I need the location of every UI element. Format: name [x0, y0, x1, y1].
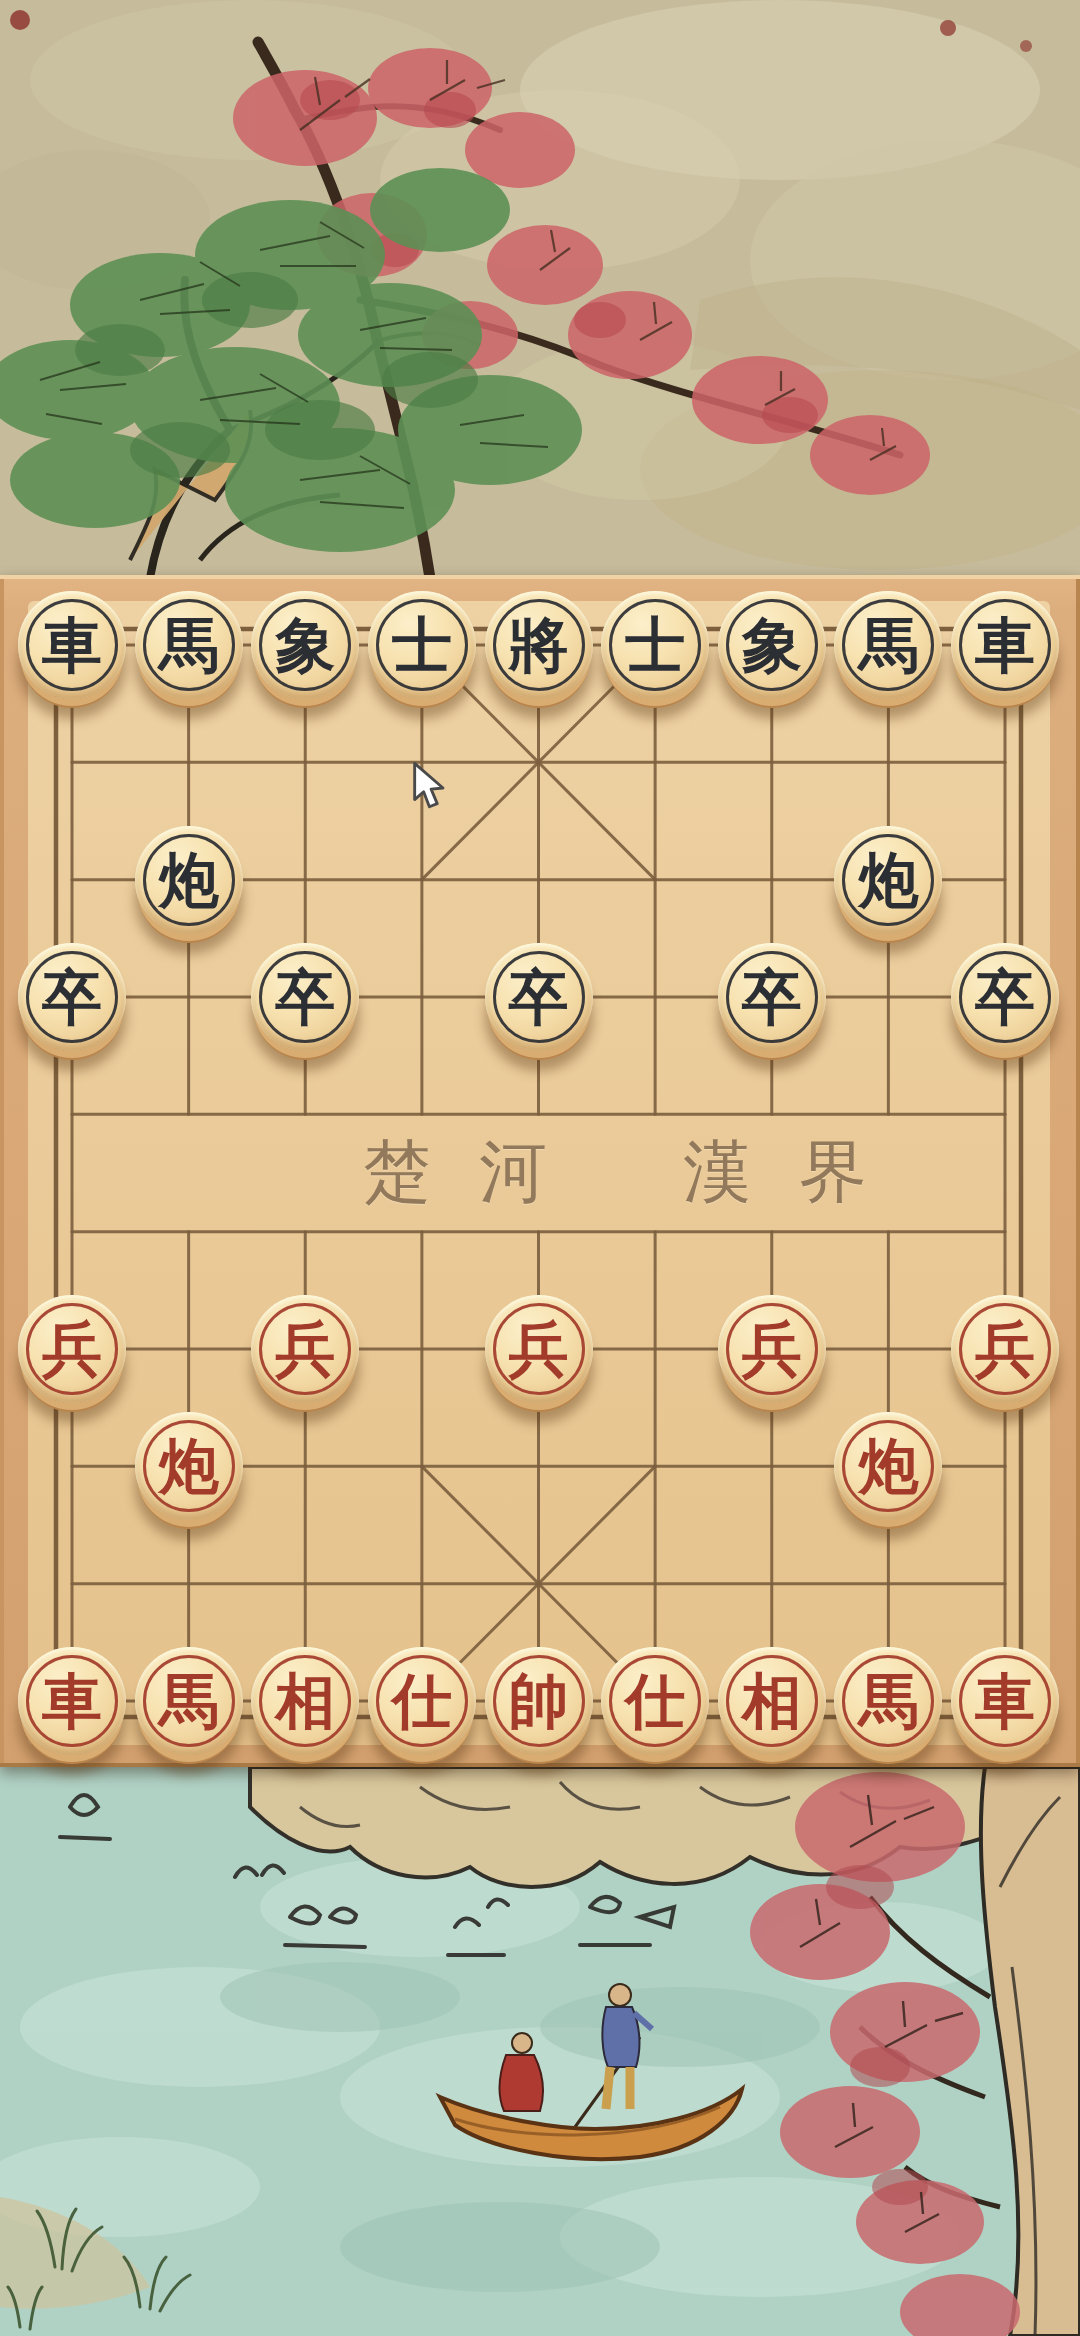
- piece-glyph: 仕: [601, 1647, 709, 1755]
- piece-red-elephant-left[interactable]: 相: [251, 1647, 359, 1755]
- piece-glyph: 象: [251, 591, 359, 699]
- piece-glyph: 帥: [485, 1647, 593, 1755]
- piece-red-soldier-5[interactable]: 兵: [951, 1295, 1059, 1403]
- piece-red-soldier-1[interactable]: 兵: [18, 1295, 126, 1403]
- piece-black-elephant-left[interactable]: 象: [251, 591, 359, 699]
- piece-glyph: 馬: [834, 1647, 942, 1755]
- piece-black-cannon-right[interactable]: 炮: [834, 826, 942, 934]
- piece-glyph: 將: [485, 591, 593, 699]
- piece-red-chariot-left[interactable]: 車: [18, 1647, 126, 1755]
- piece-black-soldier-1[interactable]: 卒: [18, 943, 126, 1051]
- piece-black-chariot-left[interactable]: 車: [18, 591, 126, 699]
- xiangqi-app-screen: 楚河 漢界 車馬象士將士象馬車炮炮卒卒卒卒卒兵兵兵兵兵炮炮車馬相仕帥仕相馬車: [0, 0, 1080, 2336]
- piece-glyph: 士: [601, 591, 709, 699]
- piece-red-soldier-4[interactable]: 兵: [718, 1295, 826, 1403]
- piece-glyph: 炮: [135, 826, 243, 934]
- piece-black-advisor-left[interactable]: 士: [368, 591, 476, 699]
- piece-glyph: 車: [951, 591, 1059, 699]
- piece-black-horse-right[interactable]: 馬: [834, 591, 942, 699]
- piece-glyph: 卒: [251, 943, 359, 1051]
- piece-glyph: 車: [18, 1647, 126, 1755]
- piece-black-general[interactable]: 將: [485, 591, 593, 699]
- piece-red-soldier-2[interactable]: 兵: [251, 1295, 359, 1403]
- piece-glyph: 兵: [251, 1295, 359, 1403]
- piece-red-general[interactable]: 帥: [485, 1647, 593, 1755]
- piece-glyph: 相: [718, 1647, 826, 1755]
- piece-glyph: 炮: [135, 1412, 243, 1520]
- piece-glyph: 兵: [485, 1295, 593, 1403]
- piece-glyph: 象: [718, 591, 826, 699]
- piece-glyph: 馬: [135, 591, 243, 699]
- piece-red-horse-left[interactable]: 馬: [135, 1647, 243, 1755]
- piece-glyph: 仕: [368, 1647, 476, 1755]
- piece-glyph: 兵: [718, 1295, 826, 1403]
- piece-red-soldier-3[interactable]: 兵: [485, 1295, 593, 1403]
- piece-black-chariot-right[interactable]: 車: [951, 591, 1059, 699]
- piece-red-advisor-left[interactable]: 仕: [368, 1647, 476, 1755]
- piece-red-chariot-right[interactable]: 車: [951, 1647, 1059, 1755]
- piece-red-horse-right[interactable]: 馬: [834, 1647, 942, 1755]
- piece-glyph: 炮: [834, 826, 942, 934]
- background-painting-bottom: [0, 1767, 1080, 2336]
- piece-glyph: 馬: [135, 1647, 243, 1755]
- piece-glyph: 車: [18, 591, 126, 699]
- piece-glyph: 卒: [485, 943, 593, 1051]
- piece-red-cannon-right[interactable]: 炮: [834, 1412, 942, 1520]
- piece-glyph: 士: [368, 591, 476, 699]
- piece-black-soldier-5[interactable]: 卒: [951, 943, 1059, 1051]
- piece-black-soldier-4[interactable]: 卒: [718, 943, 826, 1051]
- piece-black-soldier-3[interactable]: 卒: [485, 943, 593, 1051]
- piece-black-advisor-right[interactable]: 士: [601, 591, 709, 699]
- piece-glyph: 炮: [834, 1412, 942, 1520]
- mouse-cursor-icon: [411, 762, 453, 814]
- piece-black-soldier-2[interactable]: 卒: [251, 943, 359, 1051]
- piece-red-cannon-left[interactable]: 炮: [135, 1412, 243, 1520]
- piece-red-advisor-right[interactable]: 仕: [601, 1647, 709, 1755]
- piece-glyph: 馬: [834, 591, 942, 699]
- piece-red-elephant-right[interactable]: 相: [718, 1647, 826, 1755]
- river-label-right: 漢界: [635, 1127, 915, 1218]
- piece-glyph: 卒: [718, 943, 826, 1051]
- river-label-left: 楚河: [315, 1127, 595, 1218]
- background-painting-top: [0, 0, 1080, 578]
- piece-glyph: 兵: [18, 1295, 126, 1403]
- piece-glyph: 卒: [951, 943, 1059, 1051]
- piece-glyph: 相: [251, 1647, 359, 1755]
- piece-black-cannon-left[interactable]: 炮: [135, 826, 243, 934]
- piece-black-elephant-right[interactable]: 象: [718, 591, 826, 699]
- piece-glyph: 兵: [951, 1295, 1059, 1403]
- piece-glyph: 車: [951, 1647, 1059, 1755]
- piece-glyph: 卒: [18, 943, 126, 1051]
- piece-black-horse-left[interactable]: 馬: [135, 591, 243, 699]
- xiangqi-board[interactable]: 楚河 漢界 車馬象士將士象馬車炮炮卒卒卒卒卒兵兵兵兵兵炮炮車馬相仕帥仕相馬車: [0, 575, 1080, 1767]
